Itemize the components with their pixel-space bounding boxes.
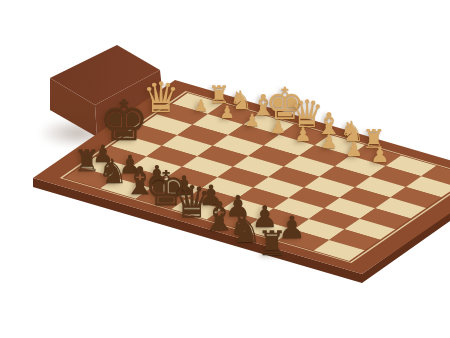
pieces-layer: ♜♞♝♚♛♝♞♜♟♟♟♟♟♟♟♟♛♚♟♟♟♟♟♟♟♟♜♞♝♚♛♝♞♜ [0, 0, 450, 338]
chess-piece-light-p: ♟ [320, 132, 337, 151]
chess-piece-light-p: ♟ [219, 104, 234, 121]
chess-piece-light-p: ♟ [244, 112, 259, 129]
chess-piece-light-p: ♟ [371, 145, 390, 166]
chess-piece-light-p: ♟ [345, 139, 363, 159]
chess-piece-dark-r: ♜ [74, 146, 101, 176]
chess-piece-light-p: ♟ [270, 118, 286, 136]
chess-piece-light-p: ♟ [194, 98, 208, 114]
chess-piece-dark-r: ♜ [257, 226, 287, 260]
product-photo-scene: ♜♞♝♚♛♝♞♜♟♟♟♟♟♟♟♟♛♚♟♟♟♟♟♟♟♟♜♞♝♚♛♝♞♜ [0, 0, 450, 338]
chess-piece-light-p: ♟ [294, 125, 311, 144]
